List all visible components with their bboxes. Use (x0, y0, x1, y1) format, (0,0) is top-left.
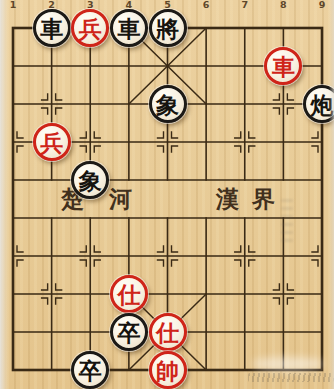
column-label-8: 8 (276, 0, 290, 10)
piece-black-soldier[interactable]: 卒 (110, 313, 148, 351)
piece-red-advisor[interactable]: 仕 (110, 275, 148, 313)
piece-black-chariot[interactable]: 車 (110, 9, 148, 47)
column-label-6: 6 (199, 0, 213, 10)
piece-black-soldier[interactable]: 卒 (71, 351, 109, 389)
column-label-7: 7 (238, 0, 252, 10)
piece-black-elephant[interactable]: 象 (71, 161, 109, 199)
piece-red-advisor[interactable]: 仕 (149, 313, 187, 351)
piece-black-general[interactable]: 將 (149, 9, 187, 47)
piece-red-general[interactable]: 帥 (149, 351, 187, 389)
river-label-han-jie: 漢界 (216, 187, 288, 211)
piece-black-chariot[interactable]: 車 (33, 9, 71, 47)
xiangqi-board: 123456789 楚河 漢界 車兵車將車象炮兵象仕卒仕卒帥 (0, 0, 334, 389)
piece-black-elephant[interactable]: 象 (149, 85, 187, 123)
piece-red-soldier[interactable]: 兵 (33, 123, 71, 161)
column-label-9: 9 (315, 0, 329, 10)
piece-red-soldier[interactable]: 兵 (71, 9, 109, 47)
piece-black-cannon[interactable]: 炮 (303, 85, 334, 123)
column-label-1: 1 (6, 0, 20, 10)
